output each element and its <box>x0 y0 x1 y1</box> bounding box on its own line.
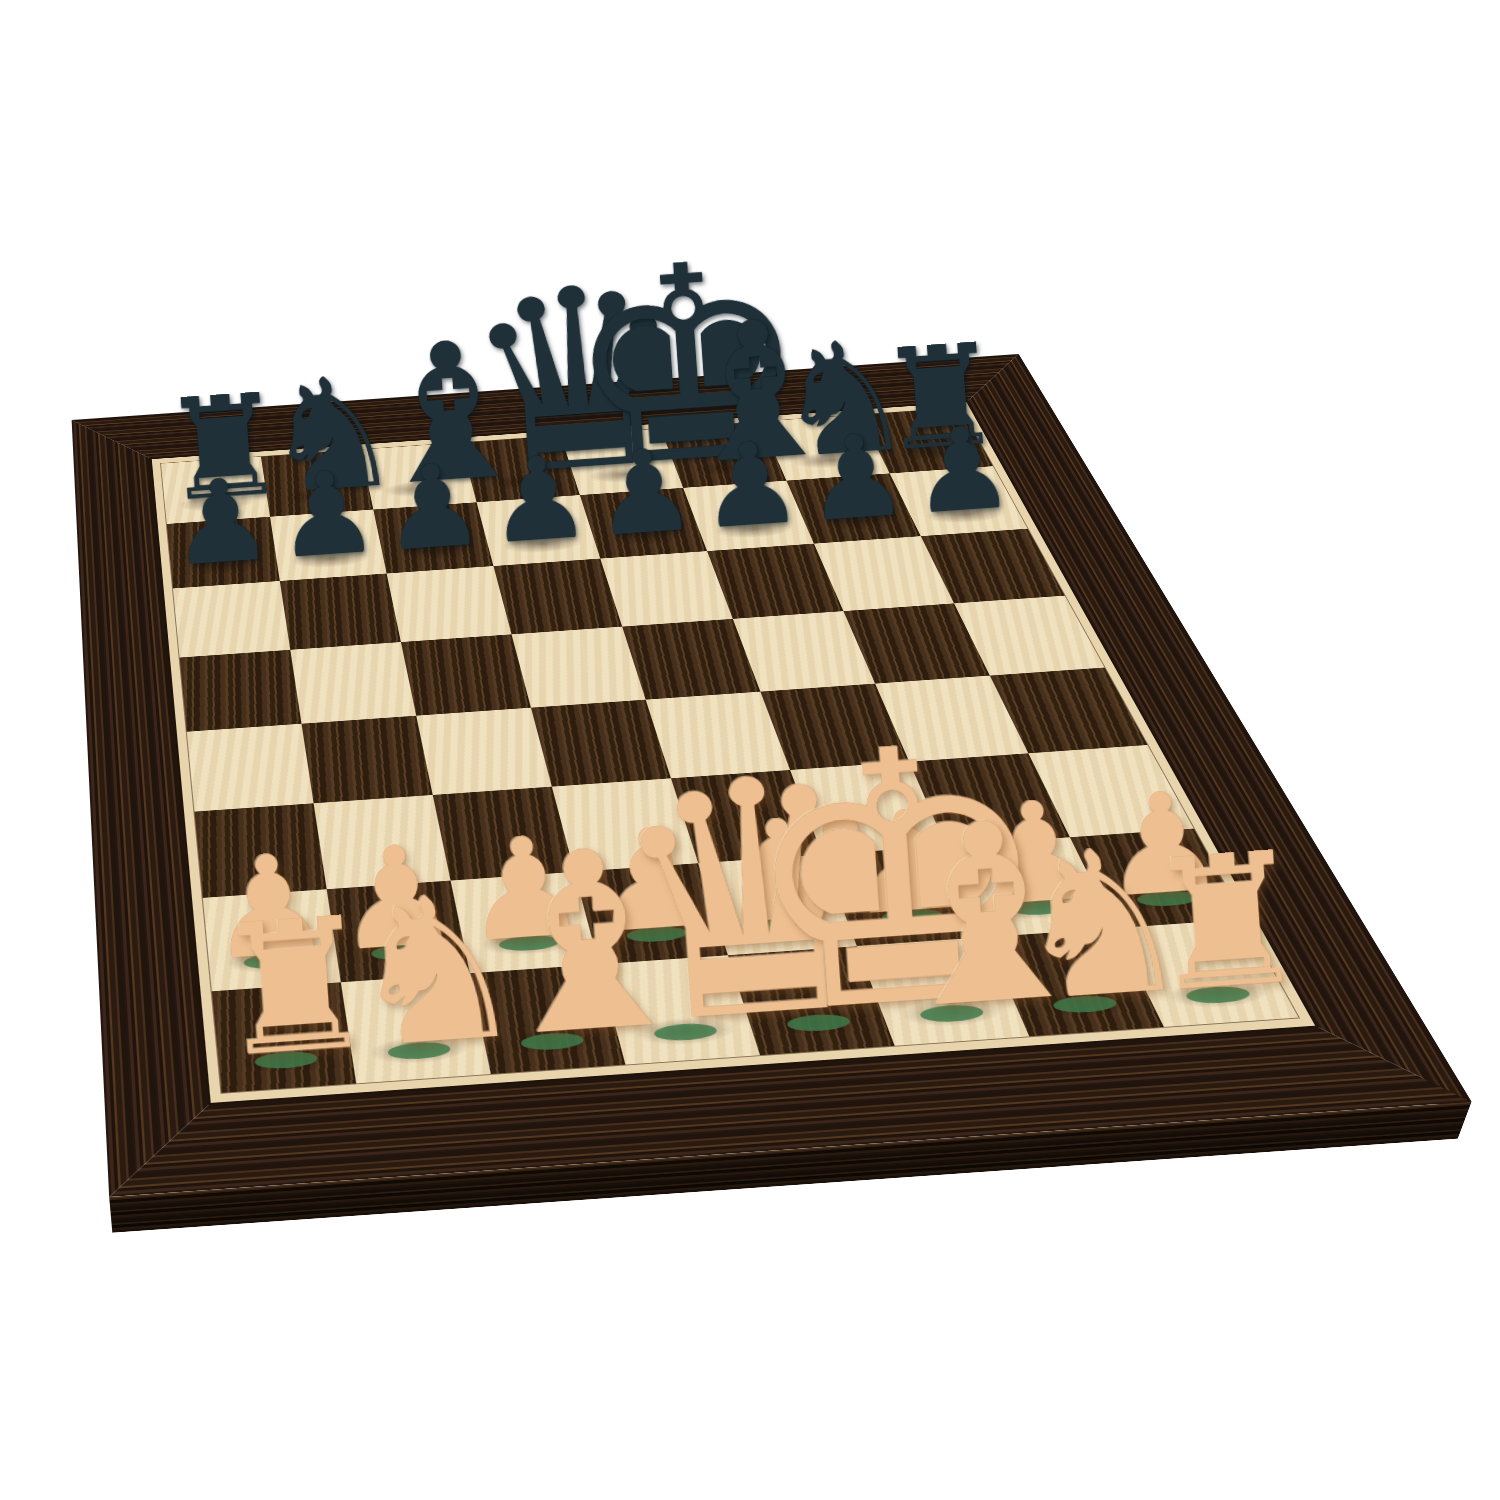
chess-board: ♜♞♝♛♚♝♞♜♟♟♟♟♟♟♟♟♟♟♟♟♟♟♟♟♜♞♝♛♚♝♞♜ <box>72 354 1472 1197</box>
white-bishop-c1[interactable]: ♝ <box>485 1037 618 1046</box>
square-c5[interactable] <box>401 634 531 715</box>
square-b5[interactable] <box>290 642 416 724</box>
square-b7[interactable] <box>270 510 387 581</box>
perspective-view: ♜♞♝♛♚♝♞♜♟♟♟♟♟♟♟♟♟♟♟♟♟♟♟♟♜♞♝♛♚♝♞♜ <box>0 0 1500 1500</box>
rook-glyph: ♜ <box>209 915 352 1065</box>
white-knight-b1[interactable]: ♞ <box>352 1046 485 1055</box>
square-b8[interactable] <box>261 450 373 517</box>
square-d7[interactable] <box>477 495 601 566</box>
bishop-glyph: ♝ <box>871 817 1018 1018</box>
square-a5[interactable] <box>180 650 302 732</box>
white-bishop-f1[interactable]: ♝ <box>885 1009 1018 1018</box>
product-photo-scene: ♜♞♝♛♚♝♞♜♟♟♟♟♟♟♟♟♟♟♟♟♟♟♟♟♜♞♝♛♚♝♞♜ <box>0 0 1500 1500</box>
king-glyph: ♚ <box>733 747 885 1027</box>
camera-tilt: ♜♞♝♛♚♝♞♜♟♟♟♟♟♟♟♟♟♟♟♟♟♟♟♟♜♞♝♛♚♝♞♜ <box>0 0 1500 1500</box>
square-d8[interactable] <box>461 436 580 503</box>
square-a7[interactable] <box>167 517 280 589</box>
square-d6[interactable] <box>493 559 622 635</box>
bishop-glyph: ♝ <box>472 845 619 1046</box>
square-c7[interactable] <box>373 502 493 573</box>
square-c8[interactable] <box>361 443 477 510</box>
square-c6[interactable] <box>387 566 512 642</box>
square-b6[interactable] <box>280 574 401 650</box>
knight-glyph: ♞ <box>341 891 485 1056</box>
square-a6[interactable] <box>173 581 290 658</box>
white-rook-a1[interactable]: ♜ <box>219 1056 352 1065</box>
white-king-e1[interactable]: ♚ <box>752 1018 885 1027</box>
square-a8[interactable] <box>161 457 270 524</box>
